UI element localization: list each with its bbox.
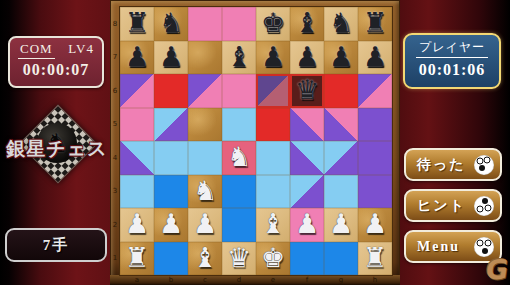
piece-black-king: ♚: [261, 9, 285, 36]
piece-white-bishop: ♝: [193, 244, 217, 271]
hint-button-label: ヒント: [406, 197, 474, 215]
rank-label-1: 1: [110, 242, 120, 276]
move-counter: 7手: [5, 228, 107, 262]
piece-black-rook: ♜: [125, 9, 149, 36]
square-d4[interactable]: ♞: [222, 141, 256, 175]
dot-open: [484, 204, 491, 211]
file-label-e: e: [256, 275, 290, 285]
file-labels: abcdefgh: [120, 275, 392, 285]
square-a1[interactable]: ♜: [120, 242, 154, 276]
square-h8[interactable]: ♜: [358, 7, 392, 41]
square-h7[interactable]: ♟: [358, 41, 392, 75]
square-f5[interactable]: [290, 108, 324, 142]
square-f8[interactable]: ♝: [290, 7, 324, 41]
square-d3[interactable]: [222, 175, 256, 209]
square-c8[interactable]: [188, 7, 222, 41]
square-e3[interactable]: [256, 175, 290, 209]
hint-button[interactable]: ヒント: [404, 189, 502, 222]
square-g5[interactable]: [324, 108, 358, 142]
square-e1[interactable]: ♚: [256, 242, 290, 276]
piece-black-pawn: ♟: [159, 43, 183, 70]
square-g4[interactable]: [324, 141, 358, 175]
piece-white-queen: ♛: [227, 244, 251, 271]
square-d6[interactable]: [222, 74, 256, 108]
com-clock: 00:00:07: [10, 61, 102, 79]
square-g6[interactable]: [324, 74, 358, 108]
square-d8[interactable]: [222, 7, 256, 41]
square-d5[interactable]: [222, 108, 256, 142]
piece-white-knight: ♞: [227, 143, 251, 170]
dot-filled: [479, 165, 485, 171]
piece-white-knight: ♞: [193, 177, 217, 204]
file-label-h: h: [358, 275, 392, 285]
dot-open: [484, 240, 491, 247]
square-b6[interactable]: [154, 74, 188, 108]
square-h4[interactable]: [358, 141, 392, 175]
square-a8[interactable]: ♜: [120, 7, 154, 41]
dot-open: [477, 205, 484, 212]
square-e4[interactable]: [256, 141, 290, 175]
pieces-cluster-icon: [474, 155, 494, 175]
square-c3[interactable]: ♞: [188, 175, 222, 209]
dot-open: [484, 156, 491, 163]
rank-label-3: 3: [110, 175, 120, 209]
file-label-c: c: [188, 275, 222, 285]
player-info-panel: プレイヤー 00:01:06: [403, 33, 501, 89]
square-b8[interactable]: ♞: [154, 7, 188, 41]
square-g8[interactable]: ♞: [324, 7, 358, 41]
square-h2[interactable]: ♟: [358, 208, 392, 242]
piece-white-bishop: ♝: [261, 210, 285, 237]
square-b4[interactable]: [154, 141, 188, 175]
square-g2[interactable]: ♟: [324, 208, 358, 242]
piece-black-knight: ♞: [159, 9, 183, 36]
piece-white-pawn: ♟: [329, 210, 353, 237]
piece-black-queen: ♛: [295, 76, 319, 103]
dot-open: [477, 239, 484, 246]
pieces-cluster-icon: [474, 196, 494, 216]
square-a2[interactable]: ♟: [120, 208, 154, 242]
rank-label-6: 6: [110, 74, 120, 108]
piece-black-knight: ♞: [329, 9, 353, 36]
menu-button-label: Menu: [406, 239, 474, 255]
file-label-b: b: [154, 275, 188, 285]
piece-black-pawn: ♟: [295, 43, 319, 70]
rank-label-7: 7: [110, 41, 120, 75]
square-a7[interactable]: ♟: [120, 41, 154, 75]
square-c6[interactable]: [188, 74, 222, 108]
com-header: COM LV4: [10, 38, 102, 59]
square-d2[interactable]: [222, 208, 256, 242]
square-h6[interactable]: [358, 74, 392, 108]
piece-black-pawn: ♟: [125, 43, 149, 70]
square-c5[interactable]: [188, 108, 222, 142]
piece-black-bishop: ♝: [227, 43, 251, 70]
square-e8[interactable]: ♚: [256, 7, 290, 41]
move-counter-label: 7手: [43, 236, 70, 255]
square-e2[interactable]: ♝: [256, 208, 290, 242]
piece-white-rook: ♜: [125, 244, 149, 271]
dot-filled: [482, 198, 488, 204]
square-h1[interactable]: ♜: [358, 242, 392, 276]
square-h5[interactable]: [358, 108, 392, 142]
square-a3[interactable]: [120, 175, 154, 209]
square-e5[interactable]: [256, 108, 290, 142]
square-a4[interactable]: [120, 141, 154, 175]
rank-label-4: 4: [110, 141, 120, 175]
square-c4[interactable]: [188, 141, 222, 175]
piece-black-pawn: ♟: [329, 43, 353, 70]
undo-button[interactable]: 待った: [404, 148, 502, 181]
square-f1[interactable]: [290, 242, 324, 276]
app-logo: ♞ 銀星チェス: [6, 112, 108, 182]
dot-filled: [482, 248, 488, 254]
rank-label-5: 5: [110, 108, 120, 142]
square-c2[interactable]: ♟: [188, 208, 222, 242]
square-f4[interactable]: [290, 141, 324, 175]
piece-black-pawn: ♟: [363, 43, 387, 70]
piece-black-bishop: ♝: [295, 9, 319, 36]
logo-title: 銀星チェス: [6, 136, 108, 162]
square-f2[interactable]: ♟: [290, 208, 324, 242]
com-level: LV4: [68, 41, 94, 59]
player-clock: 00:01:06: [405, 61, 499, 79]
com-info-panel: COM LV4 00:00:07: [8, 36, 104, 88]
rank-label-8: 8: [110, 7, 120, 41]
piece-white-pawn: ♟: [159, 210, 183, 237]
square-f6[interactable]: ♛: [290, 74, 324, 108]
square-a6[interactable]: [120, 74, 154, 108]
chess-board: ♜♞♚♝♞♜♟♟♝♟♟♟♟♛♞♞♟♟♟♝♟♟♟♜♝♛♚♜: [120, 7, 392, 275]
piece-black-pawn: ♟: [261, 43, 285, 70]
square-b3[interactable]: [154, 175, 188, 209]
square-e6[interactable]: [256, 74, 290, 108]
rank-label-2: 2: [110, 208, 120, 242]
piece-white-pawn: ♟: [125, 210, 149, 237]
piece-black-rook: ♜: [363, 9, 387, 36]
square-a5[interactable]: [120, 108, 154, 142]
file-label-g: g: [324, 275, 358, 285]
square-f3[interactable]: [290, 175, 324, 209]
square-d7[interactable]: ♝: [222, 41, 256, 75]
file-label-f: f: [290, 275, 324, 285]
action-buttons: 待ったヒントMenu: [404, 148, 504, 271]
square-f7[interactable]: ♟: [290, 41, 324, 75]
com-label: COM: [18, 41, 55, 59]
square-g1[interactable]: [324, 242, 358, 276]
square-b1[interactable]: [154, 242, 188, 276]
piece-white-pawn: ♟: [193, 210, 217, 237]
square-b2[interactable]: ♟: [154, 208, 188, 242]
square-g7[interactable]: ♟: [324, 41, 358, 75]
game-screen: 87654321 abcdefgh ♜♞♚♝♞♜♟♟♝♟♟♟♟♛♞♞♟♟♟♝♟♟…: [0, 0, 510, 285]
player-label: プレイヤー: [416, 39, 488, 58]
rank-labels: 87654321: [110, 7, 120, 275]
square-h3[interactable]: [358, 175, 392, 209]
piece-white-king: ♚: [261, 244, 285, 271]
piece-white-pawn: ♟: [295, 210, 319, 237]
undo-button-label: 待った: [406, 156, 474, 174]
file-label-a: a: [120, 275, 154, 285]
file-label-d: d: [222, 275, 256, 285]
square-b7[interactable]: ♟: [154, 41, 188, 75]
square-c1[interactable]: ♝: [188, 242, 222, 276]
square-e7[interactable]: ♟: [256, 41, 290, 75]
gamer-logo-watermark: G: [484, 254, 510, 285]
piece-white-rook: ♜: [363, 244, 387, 271]
square-g3[interactable]: [324, 175, 358, 209]
piece-white-pawn: ♟: [363, 210, 387, 237]
square-b5[interactable]: [154, 108, 188, 142]
square-c7[interactable]: [188, 41, 222, 75]
dot-open: [477, 157, 484, 164]
square-d1[interactable]: ♛: [222, 242, 256, 276]
